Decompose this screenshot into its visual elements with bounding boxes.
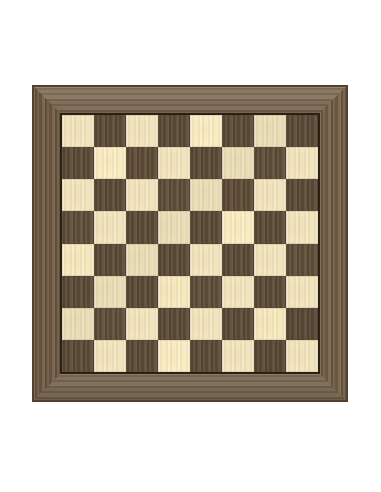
square-h5[interactable] [286, 211, 318, 243]
square-b1[interactable] [94, 340, 126, 372]
square-c1[interactable] [126, 340, 158, 372]
square-b7[interactable] [94, 147, 126, 179]
square-a2[interactable] [62, 308, 94, 340]
square-e4[interactable] [190, 244, 222, 276]
square-a1[interactable] [62, 340, 94, 372]
square-c2[interactable] [126, 308, 158, 340]
square-g8[interactable] [254, 115, 286, 147]
square-h7[interactable] [286, 147, 318, 179]
square-h4[interactable] [286, 244, 318, 276]
product-photo [0, 0, 381, 492]
square-g6[interactable] [254, 179, 286, 211]
square-d5[interactable] [158, 211, 190, 243]
square-h8[interactable] [286, 115, 318, 147]
square-f3[interactable] [222, 276, 254, 308]
square-h6[interactable] [286, 179, 318, 211]
square-e5[interactable] [190, 211, 222, 243]
chess-board [32, 85, 348, 402]
square-d7[interactable] [158, 147, 190, 179]
square-b5[interactable] [94, 211, 126, 243]
square-c3[interactable] [126, 276, 158, 308]
square-a3[interactable] [62, 276, 94, 308]
square-e6[interactable] [190, 179, 222, 211]
square-f2[interactable] [222, 308, 254, 340]
square-f4[interactable] [222, 244, 254, 276]
square-g1[interactable] [254, 340, 286, 372]
board-frame-bottom [34, 374, 346, 400]
square-g4[interactable] [254, 244, 286, 276]
square-f5[interactable] [222, 211, 254, 243]
square-g2[interactable] [254, 308, 286, 340]
square-b8[interactable] [94, 115, 126, 147]
square-d8[interactable] [158, 115, 190, 147]
square-h1[interactable] [286, 340, 318, 372]
square-c6[interactable] [126, 179, 158, 211]
board-frame-left [34, 87, 60, 400]
square-c7[interactable] [126, 147, 158, 179]
square-f6[interactable] [222, 179, 254, 211]
square-h3[interactable] [286, 276, 318, 308]
square-d1[interactable] [158, 340, 190, 372]
square-b3[interactable] [94, 276, 126, 308]
square-a5[interactable] [62, 211, 94, 243]
square-d6[interactable] [158, 179, 190, 211]
board-frame-top [34, 87, 346, 113]
square-b4[interactable] [94, 244, 126, 276]
square-d2[interactable] [158, 308, 190, 340]
square-c5[interactable] [126, 211, 158, 243]
square-e1[interactable] [190, 340, 222, 372]
square-d4[interactable] [158, 244, 190, 276]
playing-area [60, 113, 320, 374]
square-e2[interactable] [190, 308, 222, 340]
square-b6[interactable] [94, 179, 126, 211]
square-h2[interactable] [286, 308, 318, 340]
square-a6[interactable] [62, 179, 94, 211]
square-a7[interactable] [62, 147, 94, 179]
square-g5[interactable] [254, 211, 286, 243]
square-a8[interactable] [62, 115, 94, 147]
square-e8[interactable] [190, 115, 222, 147]
board-frame-right [320, 87, 346, 400]
square-f1[interactable] [222, 340, 254, 372]
square-a4[interactable] [62, 244, 94, 276]
square-d3[interactable] [158, 276, 190, 308]
square-g7[interactable] [254, 147, 286, 179]
square-g3[interactable] [254, 276, 286, 308]
square-f8[interactable] [222, 115, 254, 147]
square-c8[interactable] [126, 115, 158, 147]
square-f7[interactable] [222, 147, 254, 179]
square-b2[interactable] [94, 308, 126, 340]
square-e7[interactable] [190, 147, 222, 179]
square-c4[interactable] [126, 244, 158, 276]
square-e3[interactable] [190, 276, 222, 308]
